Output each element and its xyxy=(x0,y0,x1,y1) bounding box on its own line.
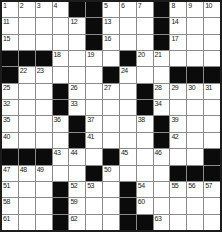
cell-r7c3[interactable] xyxy=(36,100,52,115)
black-cell-r12c4 xyxy=(53,182,69,197)
cell-r11c2[interactable]: 48 xyxy=(19,166,35,181)
clue-number-35: 35 xyxy=(3,116,10,123)
clue-number-30: 30 xyxy=(188,84,195,91)
black-cell-r8c5 xyxy=(69,116,85,131)
clue-number-14: 14 xyxy=(171,18,178,25)
cell-r10c8[interactable]: 45 xyxy=(120,149,136,164)
cell-r2c4[interactable] xyxy=(53,18,69,33)
cell-r2c8[interactable] xyxy=(120,18,136,33)
cell-r4c4[interactable]: 18 xyxy=(53,51,69,66)
cell-r7c10[interactable]: 34 xyxy=(154,100,170,115)
cell-r4c13[interactable] xyxy=(204,51,220,66)
clue-number-40: 40 xyxy=(3,133,10,140)
clue-number-61: 61 xyxy=(3,215,10,222)
cell-r12c9[interactable]: 54 xyxy=(137,182,153,197)
cell-r13c5[interactable]: 59 xyxy=(69,198,85,213)
cell-r6c10[interactable]: 28 xyxy=(154,84,170,99)
cell-r13c9[interactable]: 60 xyxy=(137,198,153,213)
clue-number-36: 36 xyxy=(54,116,61,123)
black-cell-r14c9 xyxy=(137,215,153,230)
cell-r5c5[interactable] xyxy=(69,67,85,82)
clue-number-27: 27 xyxy=(104,84,111,91)
black-cell-r11c13 xyxy=(204,166,220,181)
cell-r8c13[interactable] xyxy=(204,116,220,131)
cell-r3c12[interactable] xyxy=(187,35,203,50)
cell-r1c7[interactable]: 5 xyxy=(103,2,119,17)
clue-number-54: 54 xyxy=(138,182,145,189)
clue-number-60: 60 xyxy=(138,198,145,205)
cell-r11c1[interactable]: 47 xyxy=(2,166,18,181)
cell-r3c11[interactable]: 17 xyxy=(170,35,186,50)
cell-r5c2[interactable]: 22 xyxy=(19,67,35,82)
cell-r5c9[interactable] xyxy=(137,67,153,82)
black-cell-r4c1 xyxy=(2,51,18,66)
cell-r14c2[interactable] xyxy=(19,215,35,230)
cell-r7c11[interactable] xyxy=(170,100,186,115)
cell-r7c1[interactable]: 32 xyxy=(2,100,18,115)
cell-r11c7[interactable]: 50 xyxy=(103,166,119,181)
clue-number-18: 18 xyxy=(54,51,61,58)
cell-r6c6[interactable] xyxy=(86,84,102,99)
cell-r14c3[interactable] xyxy=(36,215,52,230)
clue-number-22: 22 xyxy=(20,67,27,74)
cell-r8c4[interactable]: 36 xyxy=(53,116,69,131)
cell-r6c11[interactable]: 29 xyxy=(170,84,186,99)
cell-r14c11[interactable] xyxy=(170,215,186,230)
cell-r6c2[interactable] xyxy=(19,84,35,99)
cell-r3c1[interactable]: 15 xyxy=(2,35,18,50)
cell-r11c8[interactable] xyxy=(120,166,136,181)
cell-r8c8[interactable] xyxy=(120,116,136,131)
cell-r9c11[interactable]: 42 xyxy=(170,133,186,148)
clue-number-12: 12 xyxy=(70,18,77,25)
clue-number-49: 49 xyxy=(37,166,44,173)
cell-r9c8[interactable] xyxy=(120,133,136,148)
cell-r6c7[interactable]: 27 xyxy=(103,84,119,99)
cell-r2c5[interactable]: 12 xyxy=(69,18,85,33)
cell-r1c12[interactable]: 9 xyxy=(187,2,203,17)
cell-r13c6[interactable] xyxy=(86,198,102,213)
cell-r1c3[interactable]: 3 xyxy=(36,2,52,17)
cell-r4c9[interactable]: 20 xyxy=(137,51,153,66)
black-cell-r3c6 xyxy=(86,35,102,50)
cell-r3c13[interactable] xyxy=(204,35,220,50)
cell-r7c6[interactable] xyxy=(86,100,102,115)
cell-r5c6[interactable] xyxy=(86,67,102,82)
clue-number-23: 23 xyxy=(37,67,44,74)
cell-r1c1[interactable]: 1 xyxy=(2,2,18,17)
cell-r7c12[interactable] xyxy=(187,100,203,115)
cell-r6c1[interactable]: 25 xyxy=(2,84,18,99)
cell-r2c1[interactable]: 11 xyxy=(2,18,18,33)
cell-r14c13[interactable] xyxy=(204,215,220,230)
cell-r12c12[interactable]: 56 xyxy=(187,182,203,197)
clue-number-29: 29 xyxy=(171,84,178,91)
cell-r13c11[interactable] xyxy=(170,198,186,213)
clue-number-37: 37 xyxy=(87,116,94,123)
clue-number-2: 2 xyxy=(20,2,23,9)
black-cell-r5c12 xyxy=(187,67,203,82)
black-cell-r10c2 xyxy=(19,149,35,164)
cell-r7c7[interactable] xyxy=(103,100,119,115)
cell-r14c5[interactable]: 62 xyxy=(69,215,85,230)
clue-number-10: 10 xyxy=(205,2,212,9)
clue-number-57: 57 xyxy=(205,182,212,189)
black-cell-r8c10 xyxy=(154,116,170,131)
clue-number-32: 32 xyxy=(3,100,10,107)
cell-r14c12[interactable] xyxy=(187,215,203,230)
clue-number-41: 41 xyxy=(87,133,94,140)
cell-r13c12[interactable] xyxy=(187,198,203,213)
clue-number-5: 5 xyxy=(104,2,107,9)
clue-number-8: 8 xyxy=(171,2,174,9)
clue-number-51: 51 xyxy=(3,182,10,189)
cell-r2c12[interactable] xyxy=(187,18,203,33)
clue-number-21: 21 xyxy=(155,51,162,58)
cell-r7c13[interactable] xyxy=(204,100,220,115)
clue-number-59: 59 xyxy=(70,198,77,205)
black-cell-r1c5 xyxy=(69,2,85,17)
black-cell-r11c12 xyxy=(187,166,203,181)
cell-r4c5[interactable] xyxy=(69,51,85,66)
black-cell-r11c6 xyxy=(86,166,102,181)
black-cell-r11c11 xyxy=(170,166,186,181)
cell-r10c11[interactable] xyxy=(170,149,186,164)
cell-r8c2[interactable] xyxy=(19,116,35,131)
cell-r5c8[interactable]: 24 xyxy=(120,67,136,82)
black-cell-r12c8 xyxy=(120,182,136,197)
black-cell-r1c6 xyxy=(86,2,102,17)
black-cell-r14c4 xyxy=(53,215,69,230)
clue-number-34: 34 xyxy=(155,100,162,107)
black-cell-r5c11 xyxy=(170,67,186,82)
clue-number-56: 56 xyxy=(188,182,195,189)
cell-r14c1[interactable]: 61 xyxy=(2,215,18,230)
clue-number-47: 47 xyxy=(3,166,10,173)
cell-r11c3[interactable]: 49 xyxy=(36,166,52,181)
cell-r9c4[interactable] xyxy=(53,133,69,148)
cell-r8c6[interactable]: 37 xyxy=(86,116,102,131)
clue-number-7: 7 xyxy=(138,2,141,9)
black-cell-r14c8 xyxy=(120,215,136,230)
clue-number-44: 44 xyxy=(70,149,77,156)
cell-r6c3[interactable] xyxy=(36,84,52,99)
cell-r10c6[interactable] xyxy=(86,149,102,164)
cell-r8c3[interactable] xyxy=(36,116,52,131)
cell-r2c9[interactable] xyxy=(137,18,153,33)
crossword-page: 1234567891011121314151617181920212223242… xyxy=(0,0,222,232)
black-cell-r10c3 xyxy=(36,149,52,164)
cell-r9c7[interactable] xyxy=(103,133,119,148)
clue-number-38: 38 xyxy=(138,116,145,123)
cell-r10c10[interactable]: 46 xyxy=(154,149,170,164)
clue-number-45: 45 xyxy=(121,149,128,156)
clue-number-63: 63 xyxy=(155,215,162,222)
cell-r7c8[interactable] xyxy=(120,100,136,115)
cell-r14c7[interactable] xyxy=(103,215,119,230)
clue-number-1: 1 xyxy=(3,2,6,9)
cell-r4c11[interactable] xyxy=(170,51,186,66)
clue-number-46: 46 xyxy=(155,149,162,156)
cell-r12c6[interactable]: 53 xyxy=(86,182,102,197)
clue-number-28: 28 xyxy=(155,84,162,91)
cell-r8c12[interactable] xyxy=(187,116,203,131)
cell-r11c10[interactable] xyxy=(154,166,170,181)
cell-r13c7[interactable] xyxy=(103,198,119,213)
cell-r10c12[interactable] xyxy=(187,149,203,164)
cell-r14c10[interactable]: 63 xyxy=(154,215,170,230)
black-cell-r4c8 xyxy=(120,51,136,66)
cell-r12c5[interactable]: 52 xyxy=(69,182,85,197)
black-cell-r9c10 xyxy=(154,133,170,148)
black-cell-r5c7 xyxy=(103,67,119,82)
clue-number-31: 31 xyxy=(205,84,212,91)
black-cell-r4c2 xyxy=(19,51,35,66)
clue-number-3: 3 xyxy=(37,2,40,9)
clue-number-55: 55 xyxy=(171,182,178,189)
clue-number-20: 20 xyxy=(138,51,145,58)
cell-r7c5[interactable]: 33 xyxy=(69,100,85,115)
clue-number-43: 43 xyxy=(54,149,61,156)
cell-r8c1[interactable]: 35 xyxy=(2,116,18,131)
black-cell-r4c3 xyxy=(36,51,52,66)
cell-r12c7[interactable] xyxy=(103,182,119,197)
clue-number-33: 33 xyxy=(70,100,77,107)
clue-number-6: 6 xyxy=(121,2,124,9)
black-cell-r7c4 xyxy=(53,100,69,115)
cell-r2c3[interactable] xyxy=(36,18,52,33)
cell-r14c6[interactable] xyxy=(86,215,102,230)
cell-r3c3[interactable] xyxy=(36,35,52,50)
clue-number-17: 17 xyxy=(171,35,178,42)
black-cell-r13c8 xyxy=(120,198,136,213)
black-cell-r13c4 xyxy=(53,198,69,213)
clue-number-53: 53 xyxy=(87,182,94,189)
clue-number-50: 50 xyxy=(104,166,111,173)
cell-r4c10[interactable]: 21 xyxy=(154,51,170,66)
cell-r10c9[interactable] xyxy=(137,149,153,164)
cell-r11c4[interactable] xyxy=(53,166,69,181)
cell-r9c12[interactable] xyxy=(187,133,203,148)
black-cell-r7c9 xyxy=(137,100,153,115)
clue-number-39: 39 xyxy=(171,116,178,123)
black-cell-r10c7 xyxy=(103,149,119,164)
cell-r9c6[interactable]: 41 xyxy=(86,133,102,148)
clue-number-52: 52 xyxy=(70,182,77,189)
cell-r8c7[interactable] xyxy=(103,116,119,131)
cell-r10c4[interactable]: 43 xyxy=(53,149,69,164)
cell-r3c5[interactable] xyxy=(69,35,85,50)
cell-r3c9[interactable] xyxy=(137,35,153,50)
cell-r6c13[interactable]: 31 xyxy=(204,84,220,99)
cell-r3c8[interactable] xyxy=(120,35,136,50)
cell-r12c11[interactable]: 55 xyxy=(170,182,186,197)
cell-r13c3[interactable] xyxy=(36,198,52,213)
cell-r6c12[interactable]: 30 xyxy=(187,84,203,99)
cell-r13c13[interactable] xyxy=(204,198,220,213)
cell-r2c2[interactable] xyxy=(19,18,35,33)
cell-r12c13[interactable]: 57 xyxy=(204,182,220,197)
cell-r1c8[interactable]: 6 xyxy=(120,2,136,17)
cell-r9c3[interactable] xyxy=(36,133,52,148)
black-cell-r6c9 xyxy=(137,84,153,99)
cell-r9c2[interactable] xyxy=(19,133,35,148)
cell-r12c1[interactable]: 51 xyxy=(2,182,18,197)
cell-r13c1[interactable]: 58 xyxy=(2,198,18,213)
clue-number-13: 13 xyxy=(104,18,111,25)
clue-number-19: 19 xyxy=(87,51,94,58)
cell-r4c12[interactable] xyxy=(187,51,203,66)
clue-number-25: 25 xyxy=(3,84,10,91)
clue-number-16: 16 xyxy=(104,35,111,42)
clue-number-11: 11 xyxy=(3,18,9,25)
clue-number-24: 24 xyxy=(121,67,128,74)
cell-r9c9[interactable] xyxy=(137,133,153,148)
cell-r13c2[interactable] xyxy=(19,198,35,213)
clue-number-4: 4 xyxy=(54,2,57,9)
cell-r8c9[interactable]: 38 xyxy=(137,116,153,131)
cell-r12c2[interactable] xyxy=(19,182,35,197)
cell-r1c4[interactable]: 4 xyxy=(53,2,69,17)
cell-r11c5[interactable] xyxy=(69,166,85,181)
cell-r5c3[interactable]: 23 xyxy=(36,67,52,82)
cell-r1c11[interactable]: 8 xyxy=(170,2,186,17)
black-cell-r5c1 xyxy=(2,67,18,82)
clue-number-42: 42 xyxy=(171,133,178,140)
cell-r9c1[interactable]: 40 xyxy=(2,133,18,148)
clue-number-58: 58 xyxy=(3,198,10,205)
cell-r2c7[interactable]: 13 xyxy=(103,18,119,33)
cell-r8c11[interactable]: 39 xyxy=(170,116,186,131)
black-cell-r2c10 xyxy=(154,18,170,33)
crossword-grid: 1234567891011121314151617181920212223242… xyxy=(0,0,222,232)
cell-r5c10[interactable] xyxy=(154,67,170,82)
black-cell-r10c13 xyxy=(204,149,220,164)
cell-r7c2[interactable] xyxy=(19,100,35,115)
cell-r13c10[interactable] xyxy=(154,198,170,213)
clue-number-62: 62 xyxy=(70,215,77,222)
black-cell-r9c5 xyxy=(69,133,85,148)
cell-r2c11[interactable]: 14 xyxy=(170,18,186,33)
cell-r9c13[interactable] xyxy=(204,133,220,148)
cell-r4c7[interactable] xyxy=(103,51,119,66)
black-cell-r2c6 xyxy=(86,18,102,33)
black-cell-r3c10 xyxy=(154,35,170,50)
clue-number-48: 48 xyxy=(20,166,27,173)
cell-r1c2[interactable]: 2 xyxy=(19,2,35,17)
cell-r12c10[interactable] xyxy=(154,182,170,197)
cell-r12c3[interactable] xyxy=(36,182,52,197)
clue-number-15: 15 xyxy=(3,35,10,42)
clue-number-26: 26 xyxy=(70,84,77,91)
black-cell-r5c13 xyxy=(204,67,220,82)
cell-r6c5[interactable]: 26 xyxy=(69,84,85,99)
clue-number-9: 9 xyxy=(188,2,191,9)
cell-r2c13[interactable] xyxy=(204,18,220,33)
cell-r10c5[interactable]: 44 xyxy=(69,149,85,164)
black-cell-r10c1 xyxy=(2,149,18,164)
cell-r11c9[interactable] xyxy=(137,166,153,181)
cell-r3c7[interactable]: 16 xyxy=(103,35,119,50)
black-cell-r6c4 xyxy=(53,84,69,99)
cell-r3c2[interactable] xyxy=(19,35,35,50)
cell-r4c6[interactable]: 19 xyxy=(86,51,102,66)
cell-r1c13[interactable]: 10 xyxy=(204,2,220,17)
cell-r6c8[interactable] xyxy=(120,84,136,99)
black-cell-r1c10 xyxy=(154,2,170,17)
cell-r1c9[interactable]: 7 xyxy=(137,2,153,17)
cell-r5c4[interactable] xyxy=(53,67,69,82)
cell-r3c4[interactable] xyxy=(53,35,69,50)
